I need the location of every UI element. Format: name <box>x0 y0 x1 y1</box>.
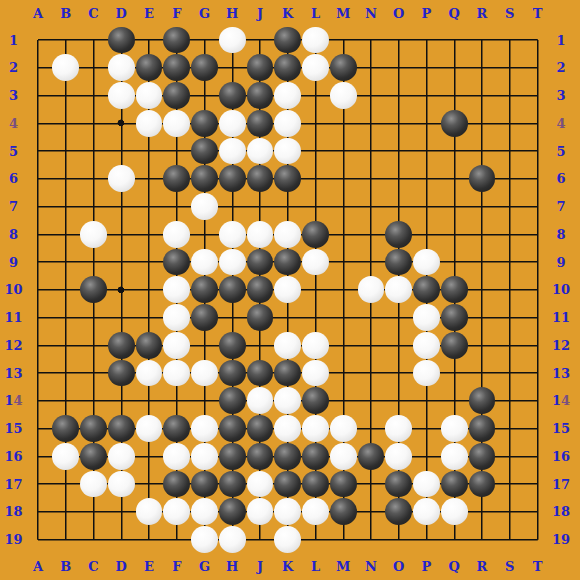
intersection-D12[interactable] <box>107 331 135 359</box>
intersection-P2[interactable] <box>413 54 441 82</box>
intersection-G9[interactable] <box>191 248 219 276</box>
intersection-O10[interactable] <box>385 276 413 304</box>
intersection-L1[interactable] <box>302 26 330 54</box>
intersection-R4[interactable] <box>468 109 496 137</box>
intersection-C16[interactable] <box>80 442 108 470</box>
intersection-D8[interactable] <box>107 220 135 248</box>
intersection-D19[interactable] <box>107 526 135 554</box>
intersection-D2[interactable] <box>107 54 135 82</box>
intersection-M18[interactable] <box>329 498 357 526</box>
intersection-L2[interactable] <box>302 54 330 82</box>
intersection-F8[interactable] <box>163 220 191 248</box>
intersection-Q17[interactable] <box>440 470 468 498</box>
intersection-E14[interactable] <box>135 387 163 415</box>
intersection-P6[interactable] <box>413 165 441 193</box>
intersection-L8[interactable] <box>302 220 330 248</box>
intersection-L18[interactable] <box>302 498 330 526</box>
intersection-D7[interactable] <box>107 193 135 221</box>
intersection-O14[interactable] <box>385 387 413 415</box>
intersection-L14[interactable] <box>302 387 330 415</box>
intersection-K16[interactable] <box>274 442 302 470</box>
intersection-R12[interactable] <box>468 331 496 359</box>
intersection-M5[interactable] <box>329 137 357 165</box>
intersection-N18[interactable] <box>357 498 385 526</box>
intersection-H9[interactable] <box>218 248 246 276</box>
intersection-H7[interactable] <box>218 193 246 221</box>
intersection-C10[interactable] <box>80 276 108 304</box>
intersection-T1[interactable] <box>524 26 552 54</box>
intersection-L9[interactable] <box>302 248 330 276</box>
intersection-R6[interactable] <box>468 165 496 193</box>
intersection-C4[interactable] <box>80 109 108 137</box>
intersection-T10[interactable] <box>524 276 552 304</box>
intersection-T14[interactable] <box>524 387 552 415</box>
intersection-J16[interactable] <box>246 442 274 470</box>
intersection-E8[interactable] <box>135 220 163 248</box>
intersection-G16[interactable] <box>191 442 219 470</box>
intersection-O3[interactable] <box>385 82 413 110</box>
intersection-J6[interactable] <box>246 165 274 193</box>
intersection-A15[interactable] <box>24 415 52 443</box>
intersection-T15[interactable] <box>524 415 552 443</box>
intersection-C14[interactable] <box>80 387 108 415</box>
intersection-K13[interactable] <box>274 359 302 387</box>
intersection-P13[interactable] <box>413 359 441 387</box>
intersection-G11[interactable] <box>191 304 219 332</box>
intersection-C18[interactable] <box>80 498 108 526</box>
intersection-R8[interactable] <box>468 220 496 248</box>
intersection-G2[interactable] <box>191 54 219 82</box>
intersection-Q3[interactable] <box>440 82 468 110</box>
intersection-T11[interactable] <box>524 304 552 332</box>
intersection-H2[interactable] <box>218 54 246 82</box>
intersection-B17[interactable] <box>52 470 80 498</box>
intersection-P17[interactable] <box>413 470 441 498</box>
intersection-Q6[interactable] <box>440 165 468 193</box>
intersection-G14[interactable] <box>191 387 219 415</box>
intersection-B1[interactable] <box>52 26 80 54</box>
intersection-H10[interactable] <box>218 276 246 304</box>
intersection-O11[interactable] <box>385 304 413 332</box>
intersection-P19[interactable] <box>413 526 441 554</box>
intersection-E6[interactable] <box>135 165 163 193</box>
intersection-G10[interactable] <box>191 276 219 304</box>
intersection-O2[interactable] <box>385 54 413 82</box>
intersection-M17[interactable] <box>329 470 357 498</box>
intersection-K1[interactable] <box>274 26 302 54</box>
intersection-A12[interactable] <box>24 331 52 359</box>
intersection-E19[interactable] <box>135 526 163 554</box>
intersection-Q7[interactable] <box>440 193 468 221</box>
intersection-S18[interactable] <box>496 498 524 526</box>
intersection-M1[interactable] <box>329 26 357 54</box>
intersection-O5[interactable] <box>385 137 413 165</box>
intersection-B19[interactable] <box>52 526 80 554</box>
intersection-E13[interactable] <box>135 359 163 387</box>
intersection-K7[interactable] <box>274 193 302 221</box>
intersection-M3[interactable] <box>329 82 357 110</box>
intersection-K18[interactable] <box>274 498 302 526</box>
intersection-H13[interactable] <box>218 359 246 387</box>
intersection-R16[interactable] <box>468 442 496 470</box>
intersection-T19[interactable] <box>524 526 552 554</box>
intersection-H6[interactable] <box>218 165 246 193</box>
intersection-B16[interactable] <box>52 442 80 470</box>
intersection-Q11[interactable] <box>440 304 468 332</box>
intersection-B5[interactable] <box>52 137 80 165</box>
intersection-N2[interactable] <box>357 54 385 82</box>
intersection-Q15[interactable] <box>440 415 468 443</box>
intersection-T7[interactable] <box>524 193 552 221</box>
intersection-F17[interactable] <box>163 470 191 498</box>
intersection-M15[interactable] <box>329 415 357 443</box>
intersection-G19[interactable] <box>191 526 219 554</box>
intersection-A10[interactable] <box>24 276 52 304</box>
intersection-B15[interactable] <box>52 415 80 443</box>
intersection-Q2[interactable] <box>440 54 468 82</box>
intersection-T9[interactable] <box>524 248 552 276</box>
intersection-T8[interactable] <box>524 220 552 248</box>
intersection-B11[interactable] <box>52 304 80 332</box>
intersection-C8[interactable] <box>80 220 108 248</box>
intersection-A18[interactable] <box>24 498 52 526</box>
intersection-F11[interactable] <box>163 304 191 332</box>
intersection-F12[interactable] <box>163 331 191 359</box>
intersection-O17[interactable] <box>385 470 413 498</box>
intersection-E2[interactable] <box>135 54 163 82</box>
intersection-D9[interactable] <box>107 248 135 276</box>
intersection-K3[interactable] <box>274 82 302 110</box>
intersection-M8[interactable] <box>329 220 357 248</box>
intersection-S3[interactable] <box>496 82 524 110</box>
intersection-B13[interactable] <box>52 359 80 387</box>
intersection-B12[interactable] <box>52 331 80 359</box>
intersection-H11[interactable] <box>218 304 246 332</box>
intersection-F2[interactable] <box>163 54 191 82</box>
intersection-T18[interactable] <box>524 498 552 526</box>
intersection-A14[interactable] <box>24 387 52 415</box>
intersection-K10[interactable] <box>274 276 302 304</box>
intersection-F13[interactable] <box>163 359 191 387</box>
intersection-P15[interactable] <box>413 415 441 443</box>
intersection-E4[interactable] <box>135 109 163 137</box>
intersection-R1[interactable] <box>468 26 496 54</box>
intersection-S8[interactable] <box>496 220 524 248</box>
intersection-A1[interactable] <box>24 26 52 54</box>
intersection-N7[interactable] <box>357 193 385 221</box>
intersection-K12[interactable] <box>274 331 302 359</box>
intersection-B10[interactable] <box>52 276 80 304</box>
intersection-L19[interactable] <box>302 526 330 554</box>
intersection-J5[interactable] <box>246 137 274 165</box>
intersection-D13[interactable] <box>107 359 135 387</box>
intersection-E17[interactable] <box>135 470 163 498</box>
intersection-G12[interactable] <box>191 331 219 359</box>
intersection-O9[interactable] <box>385 248 413 276</box>
intersection-O1[interactable] <box>385 26 413 54</box>
intersection-E10[interactable] <box>135 276 163 304</box>
intersection-K17[interactable] <box>274 470 302 498</box>
intersection-N9[interactable] <box>357 248 385 276</box>
intersection-E7[interactable] <box>135 193 163 221</box>
intersection-K6[interactable] <box>274 165 302 193</box>
intersection-D14[interactable] <box>107 387 135 415</box>
intersection-P9[interactable] <box>413 248 441 276</box>
intersection-K8[interactable] <box>274 220 302 248</box>
intersection-S6[interactable] <box>496 165 524 193</box>
intersection-R11[interactable] <box>468 304 496 332</box>
intersection-R15[interactable] <box>468 415 496 443</box>
intersection-S17[interactable] <box>496 470 524 498</box>
intersection-H12[interactable] <box>218 331 246 359</box>
intersection-A5[interactable] <box>24 137 52 165</box>
intersection-D10[interactable] <box>107 276 135 304</box>
intersection-T3[interactable] <box>524 82 552 110</box>
intersection-C13[interactable] <box>80 359 108 387</box>
intersection-P16[interactable] <box>413 442 441 470</box>
intersection-F19[interactable] <box>163 526 191 554</box>
intersection-N19[interactable] <box>357 526 385 554</box>
intersection-S5[interactable] <box>496 137 524 165</box>
intersection-T2[interactable] <box>524 54 552 82</box>
intersection-H16[interactable] <box>218 442 246 470</box>
intersection-A2[interactable] <box>24 54 52 82</box>
intersection-O13[interactable] <box>385 359 413 387</box>
intersection-B9[interactable] <box>52 248 80 276</box>
intersection-P11[interactable] <box>413 304 441 332</box>
intersection-A7[interactable] <box>24 193 52 221</box>
intersection-L12[interactable] <box>302 331 330 359</box>
intersection-P4[interactable] <box>413 109 441 137</box>
intersection-B7[interactable] <box>52 193 80 221</box>
intersection-D11[interactable] <box>107 304 135 332</box>
intersection-H5[interactable] <box>218 137 246 165</box>
intersection-G4[interactable] <box>191 109 219 137</box>
intersection-L6[interactable] <box>302 165 330 193</box>
intersection-S11[interactable] <box>496 304 524 332</box>
intersection-O19[interactable] <box>385 526 413 554</box>
intersection-C7[interactable] <box>80 193 108 221</box>
intersection-J12[interactable] <box>246 331 274 359</box>
intersection-Q14[interactable] <box>440 387 468 415</box>
intersection-J13[interactable] <box>246 359 274 387</box>
intersection-S15[interactable] <box>496 415 524 443</box>
intersection-S19[interactable] <box>496 526 524 554</box>
intersection-O7[interactable] <box>385 193 413 221</box>
intersection-O15[interactable] <box>385 415 413 443</box>
intersection-Q18[interactable] <box>440 498 468 526</box>
intersection-R9[interactable] <box>468 248 496 276</box>
intersection-D15[interactable] <box>107 415 135 443</box>
intersection-S1[interactable] <box>496 26 524 54</box>
intersection-F10[interactable] <box>163 276 191 304</box>
intersection-N4[interactable] <box>357 109 385 137</box>
intersection-B3[interactable] <box>52 82 80 110</box>
intersection-A13[interactable] <box>24 359 52 387</box>
intersection-L7[interactable] <box>302 193 330 221</box>
intersection-K4[interactable] <box>274 109 302 137</box>
intersection-C6[interactable] <box>80 165 108 193</box>
intersection-A3[interactable] <box>24 82 52 110</box>
intersection-N8[interactable] <box>357 220 385 248</box>
intersection-C15[interactable] <box>80 415 108 443</box>
intersection-N14[interactable] <box>357 387 385 415</box>
intersection-N5[interactable] <box>357 137 385 165</box>
intersection-G5[interactable] <box>191 137 219 165</box>
intersection-J4[interactable] <box>246 109 274 137</box>
intersection-J7[interactable] <box>246 193 274 221</box>
intersection-A9[interactable] <box>24 248 52 276</box>
intersection-G3[interactable] <box>191 82 219 110</box>
intersection-S16[interactable] <box>496 442 524 470</box>
intersection-N6[interactable] <box>357 165 385 193</box>
intersection-O4[interactable] <box>385 109 413 137</box>
intersection-K2[interactable] <box>274 54 302 82</box>
intersection-N11[interactable] <box>357 304 385 332</box>
intersection-M7[interactable] <box>329 193 357 221</box>
intersection-E18[interactable] <box>135 498 163 526</box>
intersection-C9[interactable] <box>80 248 108 276</box>
intersection-K5[interactable] <box>274 137 302 165</box>
intersection-R5[interactable] <box>468 137 496 165</box>
intersection-L5[interactable] <box>302 137 330 165</box>
intersection-B8[interactable] <box>52 220 80 248</box>
intersection-J11[interactable] <box>246 304 274 332</box>
intersection-N12[interactable] <box>357 331 385 359</box>
intersection-Q16[interactable] <box>440 442 468 470</box>
intersection-N13[interactable] <box>357 359 385 387</box>
intersection-G15[interactable] <box>191 415 219 443</box>
intersection-Q10[interactable] <box>440 276 468 304</box>
intersection-L3[interactable] <box>302 82 330 110</box>
intersection-P3[interactable] <box>413 82 441 110</box>
intersection-E11[interactable] <box>135 304 163 332</box>
intersection-F4[interactable] <box>163 109 191 137</box>
intersection-G6[interactable] <box>191 165 219 193</box>
intersection-N10[interactable] <box>357 276 385 304</box>
intersection-S14[interactable] <box>496 387 524 415</box>
intersection-P10[interactable] <box>413 276 441 304</box>
intersection-N3[interactable] <box>357 82 385 110</box>
intersection-H14[interactable] <box>218 387 246 415</box>
intersection-P5[interactable] <box>413 137 441 165</box>
intersection-J10[interactable] <box>246 276 274 304</box>
intersection-E9[interactable] <box>135 248 163 276</box>
intersection-G17[interactable] <box>191 470 219 498</box>
intersection-D5[interactable] <box>107 137 135 165</box>
intersection-A16[interactable] <box>24 442 52 470</box>
intersection-D4[interactable] <box>107 109 135 137</box>
intersection-L4[interactable] <box>302 109 330 137</box>
intersection-S9[interactable] <box>496 248 524 276</box>
intersection-K19[interactable] <box>274 526 302 554</box>
intersection-N1[interactable] <box>357 26 385 54</box>
intersection-G13[interactable] <box>191 359 219 387</box>
intersection-L17[interactable] <box>302 470 330 498</box>
intersection-H18[interactable] <box>218 498 246 526</box>
intersection-E5[interactable] <box>135 137 163 165</box>
intersection-T12[interactable] <box>524 331 552 359</box>
intersection-J18[interactable] <box>246 498 274 526</box>
intersection-H15[interactable] <box>218 415 246 443</box>
intersection-A4[interactable] <box>24 109 52 137</box>
intersection-M10[interactable] <box>329 276 357 304</box>
intersection-M11[interactable] <box>329 304 357 332</box>
intersection-Q5[interactable] <box>440 137 468 165</box>
intersection-C12[interactable] <box>80 331 108 359</box>
intersection-B4[interactable] <box>52 109 80 137</box>
intersection-T17[interactable] <box>524 470 552 498</box>
intersection-F1[interactable] <box>163 26 191 54</box>
intersection-J17[interactable] <box>246 470 274 498</box>
intersection-J8[interactable] <box>246 220 274 248</box>
intersection-N16[interactable] <box>357 442 385 470</box>
intersection-H8[interactable] <box>218 220 246 248</box>
intersection-M12[interactable] <box>329 331 357 359</box>
intersection-R14[interactable] <box>468 387 496 415</box>
intersection-P1[interactable] <box>413 26 441 54</box>
intersection-K15[interactable] <box>274 415 302 443</box>
intersection-P12[interactable] <box>413 331 441 359</box>
intersection-A8[interactable] <box>24 220 52 248</box>
intersection-D18[interactable] <box>107 498 135 526</box>
intersection-O16[interactable] <box>385 442 413 470</box>
intersection-N15[interactable] <box>357 415 385 443</box>
intersection-B2[interactable] <box>52 54 80 82</box>
intersection-R3[interactable] <box>468 82 496 110</box>
intersection-E1[interactable] <box>135 26 163 54</box>
intersection-M16[interactable] <box>329 442 357 470</box>
intersection-C3[interactable] <box>80 82 108 110</box>
intersection-T5[interactable] <box>524 137 552 165</box>
intersection-R19[interactable] <box>468 526 496 554</box>
intersection-L15[interactable] <box>302 415 330 443</box>
intersection-S13[interactable] <box>496 359 524 387</box>
intersection-F5[interactable] <box>163 137 191 165</box>
intersection-P14[interactable] <box>413 387 441 415</box>
intersection-B18[interactable] <box>52 498 80 526</box>
intersection-J3[interactable] <box>246 82 274 110</box>
intersection-A6[interactable] <box>24 165 52 193</box>
intersection-F3[interactable] <box>163 82 191 110</box>
intersection-C11[interactable] <box>80 304 108 332</box>
intersection-C1[interactable] <box>80 26 108 54</box>
intersection-G18[interactable] <box>191 498 219 526</box>
intersection-R2[interactable] <box>468 54 496 82</box>
intersection-S7[interactable] <box>496 193 524 221</box>
intersection-R10[interactable] <box>468 276 496 304</box>
intersection-L16[interactable] <box>302 442 330 470</box>
intersection-E3[interactable] <box>135 82 163 110</box>
intersection-Q19[interactable] <box>440 526 468 554</box>
intersection-F18[interactable] <box>163 498 191 526</box>
intersection-G8[interactable] <box>191 220 219 248</box>
intersection-R18[interactable] <box>468 498 496 526</box>
intersection-H4[interactable] <box>218 109 246 137</box>
intersection-C17[interactable] <box>80 470 108 498</box>
intersection-L13[interactable] <box>302 359 330 387</box>
intersection-S4[interactable] <box>496 109 524 137</box>
intersection-M2[interactable] <box>329 54 357 82</box>
intersection-R13[interactable] <box>468 359 496 387</box>
intersection-P8[interactable] <box>413 220 441 248</box>
intersection-D6[interactable] <box>107 165 135 193</box>
intersection-J15[interactable] <box>246 415 274 443</box>
intersection-M13[interactable] <box>329 359 357 387</box>
intersection-J1[interactable] <box>246 26 274 54</box>
intersection-Q1[interactable] <box>440 26 468 54</box>
intersection-Q4[interactable] <box>440 109 468 137</box>
